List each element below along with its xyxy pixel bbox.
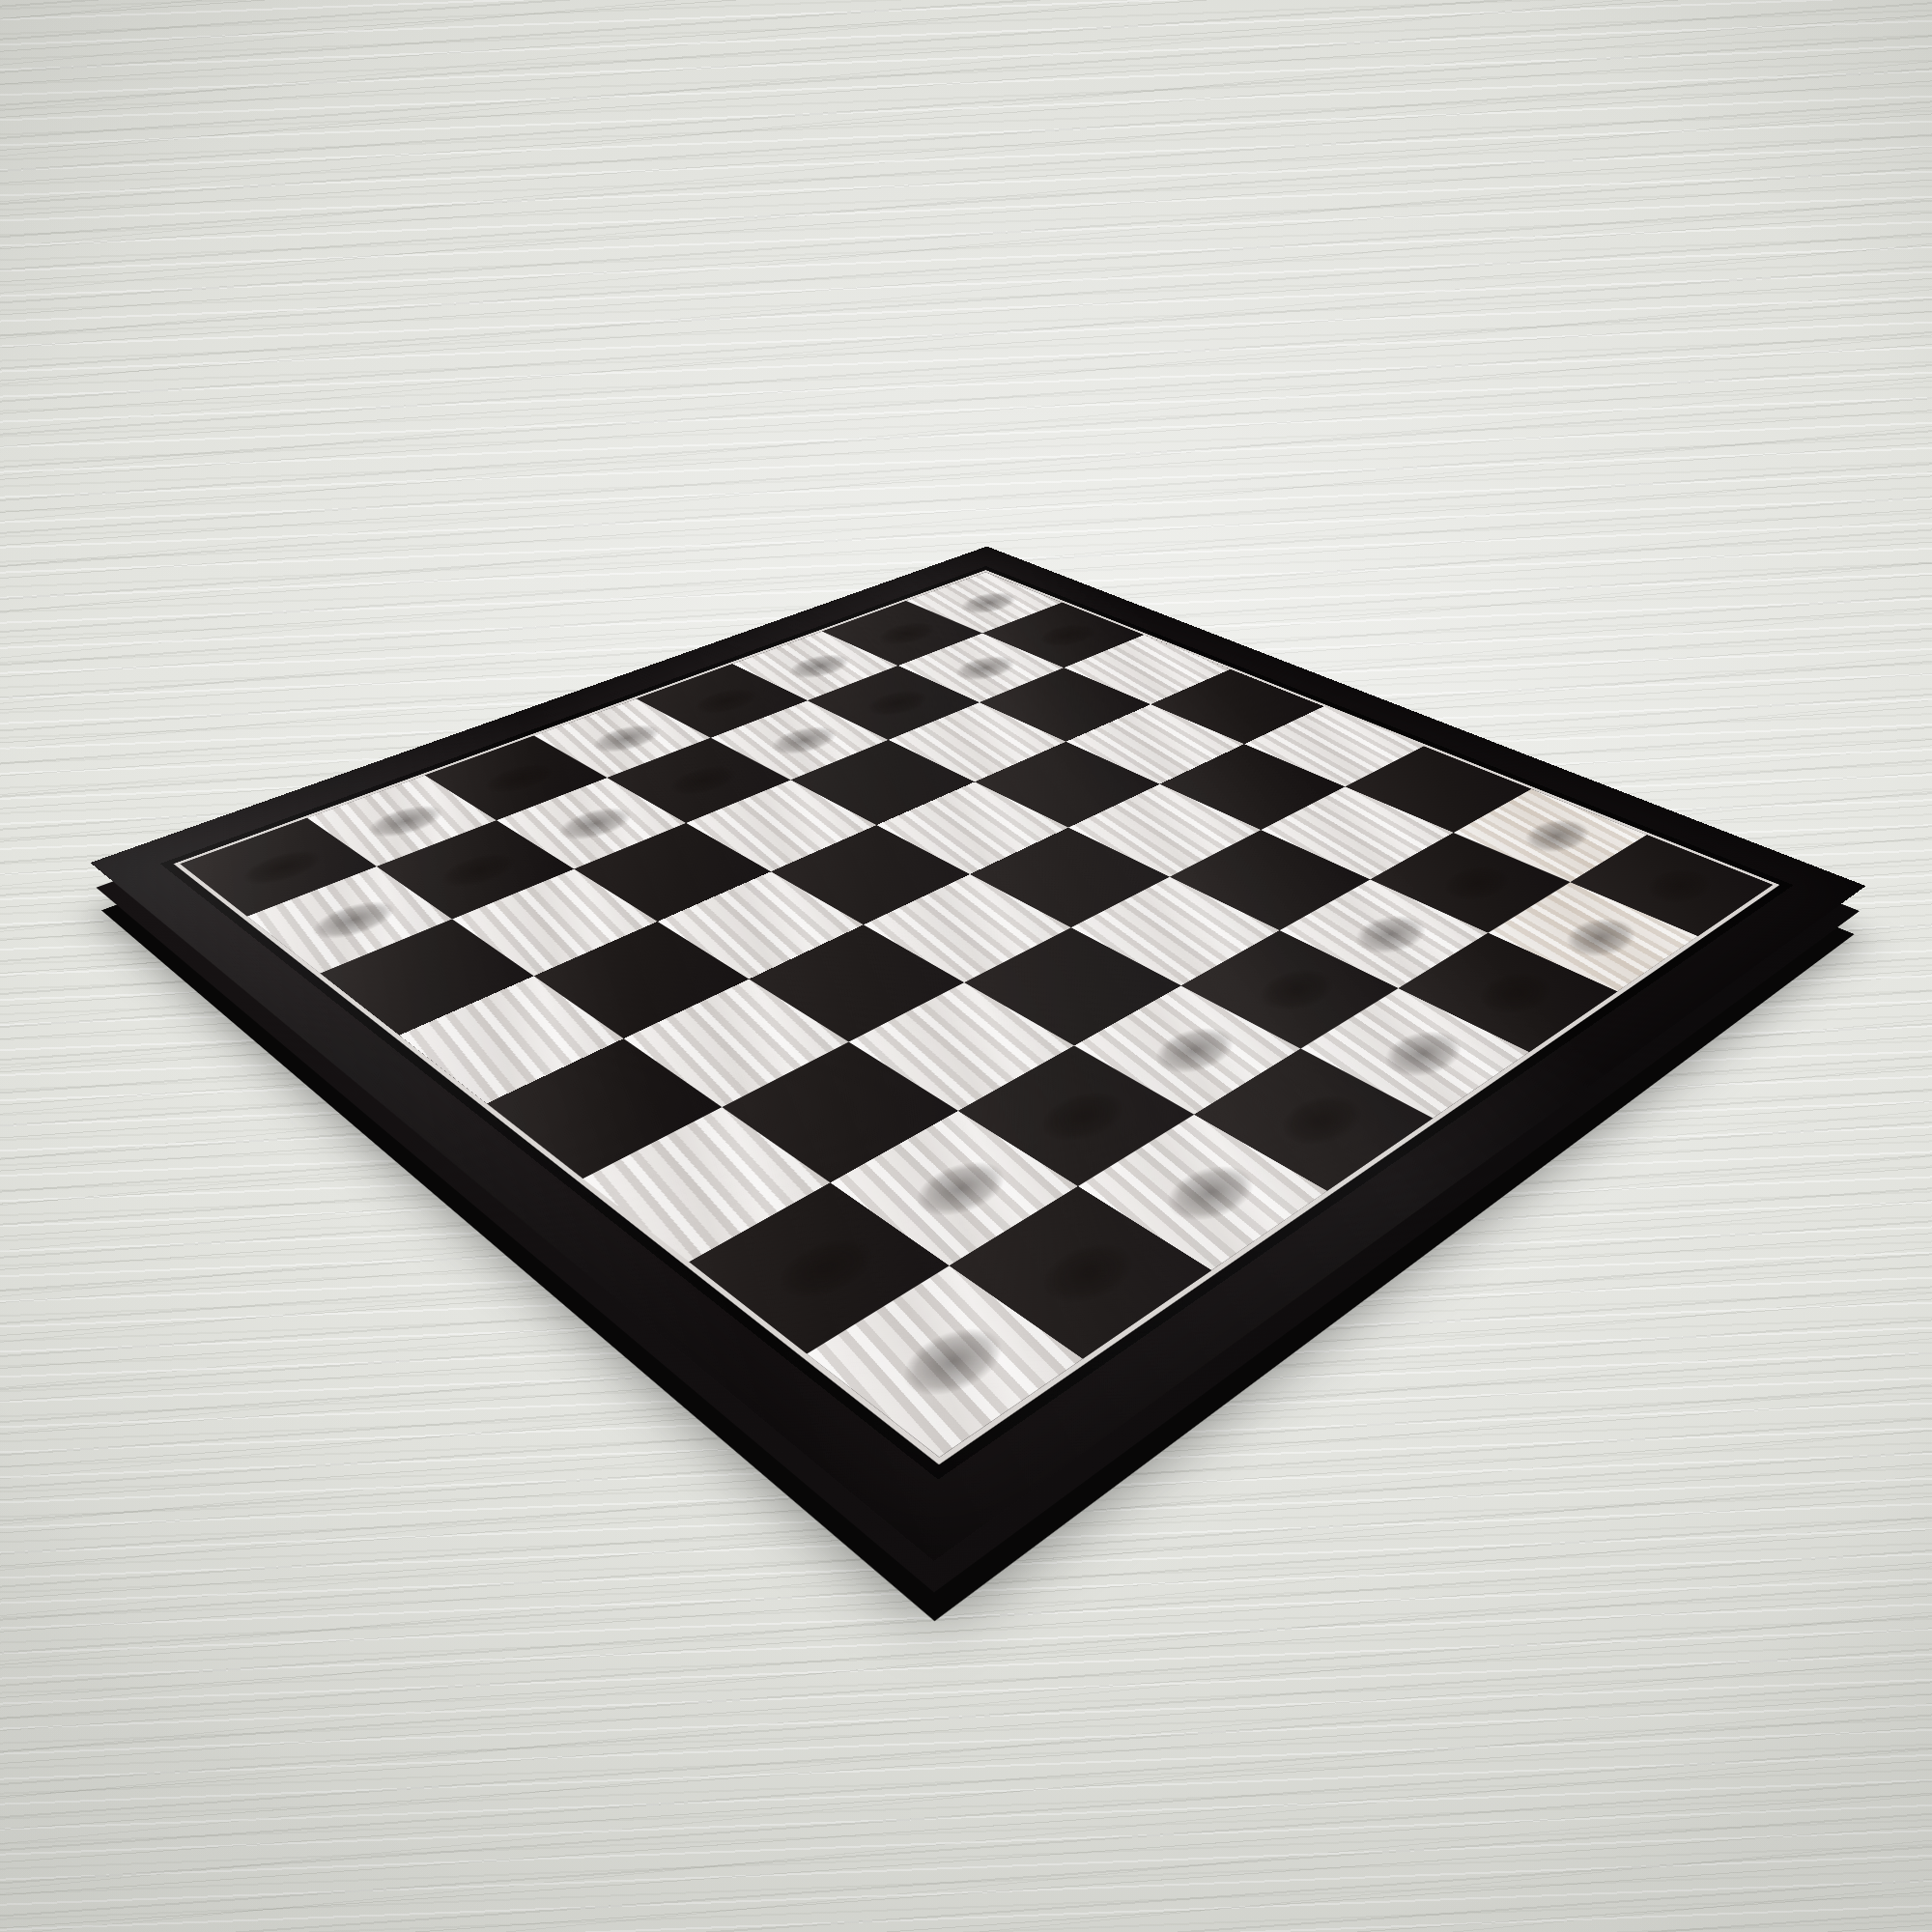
white-pawn-icon: ♟ — [290, 782, 423, 931]
white-pawn-icon: ♟ — [647, 658, 766, 790]
black-rook-icon: ♜ — [857, 1151, 1060, 1378]
white-pawn-icon: ♟ — [418, 738, 547, 881]
white-pawn-icon: ♟ — [750, 622, 865, 751]
white-pawn-icon: ♟ — [537, 696, 661, 834]
